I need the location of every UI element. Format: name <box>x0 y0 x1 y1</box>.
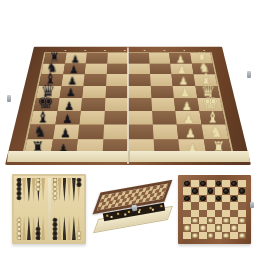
white-pawn: ♟ <box>185 127 196 139</box>
light-checker <box>17 236 22 240</box>
checkers-square <box>215 187 223 194</box>
checkers-square <box>222 232 230 239</box>
checkers-square <box>215 202 223 209</box>
black-man <box>184 181 190 186</box>
checkers-square <box>199 232 207 239</box>
checkers-square <box>191 210 199 217</box>
checkers-square <box>230 217 238 224</box>
checkers-square <box>207 180 215 187</box>
black-knight: ♞ <box>33 124 47 139</box>
point-triangle <box>41 178 45 202</box>
black-pawn: ♟ <box>60 127 71 139</box>
black-pawn: ♟ <box>62 113 73 125</box>
checkers-square <box>215 224 223 231</box>
chess-square <box>79 111 104 125</box>
checkers-square <box>199 180 207 187</box>
black-man <box>216 181 222 186</box>
checker-stack <box>17 218 22 240</box>
black-man <box>192 188 198 193</box>
backgammon-points-row <box>17 216 46 240</box>
white-pawn: ♟ <box>183 113 194 125</box>
white-man <box>184 225 190 230</box>
backgammon-point <box>67 216 71 240</box>
chess-square: ♟ <box>170 63 193 74</box>
backgammon-point <box>53 216 57 240</box>
chess-square <box>150 74 173 86</box>
white-man <box>239 233 245 238</box>
checkers-square <box>238 180 246 187</box>
chess-square: ♟ <box>61 74 85 86</box>
board-scene: ♜♟♟♜♞♟♟♞♝♟♟♝♛♟♟♛♚♟♟♚♝♟♟♝♞♟♟♞♜♟♟♜ <box>0 0 256 165</box>
chess-board: ♜♟♟♜♞♟♟♞♝♟♟♝♛♟♟♛♚♟♟♚♝♟♟♝♞♟♟♞♜♟♟♜ <box>5 47 251 165</box>
checker-stack <box>52 178 57 200</box>
black-man <box>223 188 229 193</box>
checker-stack <box>17 178 22 200</box>
backgammon-points-row <box>53 178 82 202</box>
chess-square: ♟ <box>174 98 199 111</box>
point-triangle <box>22 178 26 202</box>
chess-square: ♟ <box>59 86 83 98</box>
backgammon-point <box>77 216 81 240</box>
dark-checker <box>52 236 57 240</box>
checkers-square <box>191 224 199 231</box>
backgammon-points-row <box>53 216 82 240</box>
white-pawn: ♟ <box>177 64 187 75</box>
white-pawn: ♟ <box>180 87 190 98</box>
checkers-square <box>183 180 191 187</box>
checkers-square <box>238 202 246 209</box>
checkers-square <box>238 210 246 217</box>
checkers-square <box>230 180 238 187</box>
checkers-square <box>222 217 230 224</box>
chess-square <box>149 63 171 74</box>
chess-square <box>152 111 177 125</box>
backgammon-point <box>27 216 31 240</box>
backgammon-point <box>22 216 26 240</box>
checker-stack <box>76 231 81 240</box>
backgammon-left-half <box>16 178 47 240</box>
chess-square: ♟ <box>171 74 195 86</box>
checkers-square <box>191 187 199 194</box>
backgammon-point <box>53 178 57 202</box>
black-man <box>184 196 190 201</box>
chess-square <box>128 63 150 74</box>
white-man <box>200 225 206 230</box>
chess-square: ♞ <box>201 125 228 140</box>
black-pawn: ♟ <box>69 64 79 75</box>
metal-clasp-left-icon <box>7 95 11 102</box>
checkers-square <box>230 202 238 209</box>
chess-square <box>103 125 128 140</box>
chess-square <box>128 125 153 140</box>
case-side-hinge-gap <box>128 151 130 162</box>
point-triangle <box>27 216 31 240</box>
checkers-square <box>215 180 223 187</box>
checkers-square <box>238 232 246 239</box>
chess-square: ♟ <box>65 53 87 63</box>
chess-square <box>78 125 104 140</box>
light-checker <box>52 191 57 195</box>
black-man <box>208 188 214 193</box>
black-man <box>200 181 206 186</box>
checkers-board <box>178 175 251 244</box>
backgammon-board <box>12 174 86 244</box>
checkers-square <box>215 217 223 224</box>
chess-square <box>128 98 152 111</box>
backgammon-point <box>63 178 67 202</box>
point-triangle <box>58 216 62 240</box>
chess-square: ♟ <box>177 125 204 140</box>
main-photo-open-chess-board: ♜♟♟♜♞♟♟♞♝♟♟♝♛♟♟♛♚♟♟♚♝♟♟♝♞♟♟♞♜♟♟♜ <box>0 0 256 165</box>
dark-checker <box>76 182 81 186</box>
checkers-square <box>207 202 215 209</box>
checkers-square <box>183 217 191 224</box>
chess-square <box>105 86 128 98</box>
chess-square <box>106 74 128 86</box>
light-checker <box>36 187 41 191</box>
dark-checker <box>36 236 41 240</box>
checkers-square <box>222 180 230 187</box>
chess-square <box>149 53 171 63</box>
metal-clasp-right-icon <box>247 71 251 78</box>
chess-square <box>81 98 105 111</box>
backgammon-point <box>67 178 71 202</box>
point-triangle <box>67 178 71 202</box>
light-checker <box>52 196 57 200</box>
checkers-square <box>222 210 230 217</box>
checkers-square <box>238 195 246 202</box>
backgammon-point <box>77 178 81 202</box>
chess-square: ♟ <box>55 111 81 125</box>
chess-square <box>86 53 108 63</box>
backgammon-points-row <box>17 178 46 202</box>
white-man <box>231 225 237 230</box>
chess-square <box>150 86 174 98</box>
checkers-square <box>230 187 238 194</box>
checkers-square <box>215 195 223 202</box>
white-man <box>192 233 198 238</box>
checkers-square <box>183 210 191 217</box>
backgammon-bar <box>48 178 51 240</box>
black-man <box>231 181 237 186</box>
checkers-square <box>191 232 199 239</box>
checkers-square <box>207 195 215 202</box>
chess-square <box>83 74 106 86</box>
dark-checker <box>17 196 22 200</box>
chess-square <box>152 125 178 140</box>
white-man <box>216 225 222 230</box>
checkers-square <box>238 224 246 231</box>
checkers-square <box>199 195 207 202</box>
point-triangle <box>27 178 31 202</box>
backgammon-point <box>22 178 26 202</box>
point-triangle <box>63 178 67 202</box>
chess-square <box>104 111 128 125</box>
chess-square <box>106 63 128 74</box>
backgammon-point <box>58 178 62 202</box>
chess-board-playing-area: ♜♟♟♜♞♟♟♞♝♟♟♝♛♟♟♛♚♟♟♚♝♟♟♝♞♟♟♞♜♟♟♜ <box>22 52 234 155</box>
checkers-square <box>207 210 215 217</box>
point-triangle <box>67 216 71 240</box>
checkers-square <box>230 210 238 217</box>
checkers-square <box>238 217 246 224</box>
checkers-square <box>207 224 215 231</box>
backgammon-point <box>63 216 67 240</box>
checkers-square <box>191 195 199 202</box>
white-man <box>208 233 214 238</box>
black-man <box>239 188 245 193</box>
checkers-square <box>191 217 199 224</box>
checkers-square <box>191 180 199 187</box>
chess-square: ♟ <box>169 53 191 63</box>
checkers-square <box>230 232 238 239</box>
checkers-square <box>207 187 215 194</box>
backgammon-right-half <box>52 178 83 240</box>
checkers-square <box>199 224 207 231</box>
light-checker <box>76 236 81 240</box>
checkers-square <box>183 232 191 239</box>
white-man <box>223 218 229 223</box>
chess-square: ♟ <box>173 86 197 98</box>
checkers-square <box>199 210 207 217</box>
white-man <box>208 218 214 223</box>
white-man <box>192 218 198 223</box>
backgammon-point <box>37 216 41 240</box>
thumb-storage-box <box>95 182 172 240</box>
chess-square: ♞ <box>27 125 54 140</box>
checkers-square <box>207 232 215 239</box>
checkers-square <box>230 224 238 231</box>
checkers-square <box>222 195 230 202</box>
chess-square <box>104 98 128 111</box>
checkers-square <box>183 195 191 202</box>
chess-square <box>151 98 175 111</box>
light-checker <box>17 231 22 235</box>
checkers-square <box>215 210 223 217</box>
black-pawn: ♟ <box>66 87 76 98</box>
checker-stack <box>36 178 41 191</box>
chess-square <box>128 74 150 86</box>
checkers-square <box>207 217 215 224</box>
backgammon-point <box>18 216 22 240</box>
checker-stack <box>76 178 81 187</box>
dark-checker <box>17 191 22 195</box>
backgammon-point <box>41 216 45 240</box>
chess-square: ♟ <box>175 111 201 125</box>
backgammon-point <box>58 216 62 240</box>
black-man <box>231 196 237 201</box>
checkers-square <box>191 202 199 209</box>
white-pawn: ♟ <box>179 75 189 86</box>
backgammon-point <box>27 178 31 202</box>
black-man <box>200 196 206 201</box>
thumb-checkers <box>178 175 251 244</box>
box-clasp-icon <box>132 205 138 212</box>
checkers-square <box>183 224 191 231</box>
checkers-square <box>183 202 191 209</box>
checker-stack <box>52 218 57 240</box>
thumbnail-row <box>0 165 256 256</box>
point-triangle <box>22 216 26 240</box>
white-pawn: ♟ <box>182 100 192 112</box>
checkers-square <box>230 195 238 202</box>
dark-checker <box>52 231 57 235</box>
chess-square: ♟ <box>53 125 80 140</box>
checkers-square <box>222 202 230 209</box>
case-side-edge <box>7 151 250 162</box>
black-man <box>216 196 222 201</box>
white-man <box>239 218 245 223</box>
thumb-backgammon <box>12 174 86 244</box>
chess-square <box>82 86 106 98</box>
checkers-square <box>199 202 207 209</box>
checkers-clasp-icon <box>250 202 254 208</box>
checkers-square <box>199 187 207 194</box>
chess-square <box>128 86 151 98</box>
chess-square <box>128 111 152 125</box>
white-knight: ♞ <box>209 124 223 139</box>
backgammon-point <box>37 178 41 202</box>
checkers-square <box>215 232 223 239</box>
checkers-square <box>238 187 246 194</box>
chess-square <box>107 53 128 63</box>
checkers-square <box>199 217 207 224</box>
checkers-squares <box>183 180 246 239</box>
black-pawn: ♟ <box>67 75 77 86</box>
chess-square <box>128 53 149 63</box>
white-man <box>223 233 229 238</box>
backgammon-point <box>18 178 22 202</box>
chess-square <box>85 63 107 74</box>
chess-square: ♟ <box>63 63 86 74</box>
black-pawn: ♟ <box>64 100 74 112</box>
checker-stack <box>36 227 41 240</box>
checkers-square <box>222 187 230 194</box>
point-triangle <box>41 216 45 240</box>
point-triangle <box>63 216 67 240</box>
checkers-square <box>183 187 191 194</box>
point-triangle <box>58 178 62 202</box>
backgammon-point <box>41 178 45 202</box>
chess-square: ♟ <box>57 98 82 111</box>
checkers-square <box>222 224 230 231</box>
